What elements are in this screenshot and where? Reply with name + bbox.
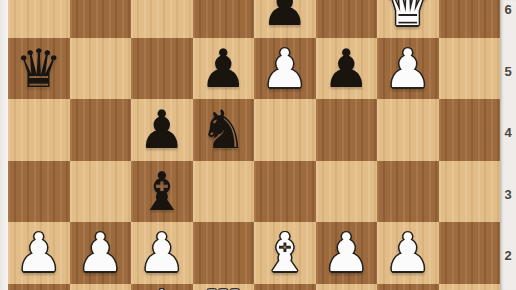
- square-e4[interactable]: [254, 99, 316, 161]
- square-b4[interactable]: [70, 99, 132, 161]
- square-g4[interactable]: [377, 99, 439, 161]
- white-queen-piece[interactable]: ♛: [384, 0, 432, 33]
- square-b3[interactable]: [70, 161, 132, 223]
- black-queen-piece[interactable]: ♛: [15, 42, 63, 95]
- square-b2[interactable]: ♟: [70, 222, 132, 284]
- rank-label-3: 3: [500, 164, 516, 226]
- black-pawn-piece[interactable]: ♟: [138, 103, 186, 156]
- white-pawn-piece[interactable]: ♟: [138, 226, 186, 279]
- chess-board: ♟♛♛♟♟♟♟♟♞♝♟♟♟♝♟♟♚♜: [8, 0, 500, 290]
- square-e2[interactable]: ♝: [254, 222, 316, 284]
- white-pawn-piece[interactable]: ♟: [384, 226, 432, 279]
- rank-label-2: 2: [500, 225, 516, 287]
- square-c5[interactable]: [131, 38, 193, 100]
- square-a1[interactable]: [8, 284, 70, 290]
- square-g3[interactable]: [377, 161, 439, 223]
- square-g5[interactable]: ♟: [377, 38, 439, 100]
- square-d6[interactable]: [193, 0, 255, 38]
- square-a4[interactable]: [8, 99, 70, 161]
- white-pawn-piece[interactable]: ♟: [76, 226, 124, 279]
- square-e1[interactable]: [254, 284, 316, 290]
- square-e5[interactable]: ♟: [254, 38, 316, 100]
- square-g1[interactable]: [377, 284, 439, 290]
- square-c2[interactable]: ♟: [131, 222, 193, 284]
- black-bishop-piece[interactable]: ♝: [138, 165, 186, 218]
- white-king-piece[interactable]: ♚: [138, 283, 186, 290]
- square-d1[interactable]: ♜: [193, 284, 255, 290]
- square-a3[interactable]: [8, 161, 70, 223]
- rank-coordinate-gutter: 65432: [500, 0, 516, 290]
- white-pawn-piece[interactable]: ♟: [384, 42, 432, 95]
- square-b6[interactable]: [70, 0, 132, 38]
- board-left-margin: [0, 0, 8, 290]
- square-h5[interactable]: [439, 38, 501, 100]
- square-a5[interactable]: ♛: [8, 38, 70, 100]
- square-a2[interactable]: ♟: [8, 222, 70, 284]
- square-c6[interactable]: [131, 0, 193, 38]
- square-h6[interactable]: [439, 0, 501, 38]
- white-pawn-piece[interactable]: ♟: [15, 226, 63, 279]
- black-pawn-piece[interactable]: ♟: [322, 42, 370, 95]
- square-c3[interactable]: ♝: [131, 161, 193, 223]
- square-c1[interactable]: ♚: [131, 284, 193, 290]
- square-b5[interactable]: [70, 38, 132, 100]
- square-h3[interactable]: [439, 161, 501, 223]
- rank-label-6: 6: [500, 0, 516, 41]
- square-h1[interactable]: [439, 284, 501, 290]
- black-pawn-piece[interactable]: ♟: [261, 0, 309, 33]
- square-f2[interactable]: ♟: [316, 222, 378, 284]
- square-e3[interactable]: [254, 161, 316, 223]
- white-pawn-piece[interactable]: ♟: [261, 42, 309, 95]
- black-knight-piece[interactable]: ♞: [199, 103, 247, 156]
- square-d2[interactable]: [193, 222, 255, 284]
- square-h2[interactable]: [439, 222, 501, 284]
- chessboard-viewport: ♟♛♛♟♟♟♟♟♞♝♟♟♟♝♟♟♚♜ 65432: [0, 0, 516, 290]
- square-a6[interactable]: [8, 0, 70, 38]
- square-g2[interactable]: ♟: [377, 222, 439, 284]
- square-f6[interactable]: [316, 0, 378, 38]
- square-d5[interactable]: ♟: [193, 38, 255, 100]
- square-e6[interactable]: ♟: [254, 0, 316, 38]
- white-pawn-piece[interactable]: ♟: [322, 226, 370, 279]
- square-f1[interactable]: [316, 284, 378, 290]
- square-b1[interactable]: [70, 284, 132, 290]
- square-f5[interactable]: ♟: [316, 38, 378, 100]
- square-d4[interactable]: ♞: [193, 99, 255, 161]
- black-pawn-piece[interactable]: ♟: [199, 42, 247, 95]
- square-f4[interactable]: [316, 99, 378, 161]
- square-c4[interactable]: ♟: [131, 99, 193, 161]
- white-rook-piece[interactable]: ♜: [199, 283, 247, 290]
- square-d3[interactable]: [193, 161, 255, 223]
- rank-label-4: 4: [500, 102, 516, 164]
- white-bishop-piece[interactable]: ♝: [261, 226, 309, 279]
- square-g6[interactable]: ♛: [377, 0, 439, 38]
- rank-coordinate-labels: 65432: [500, 0, 516, 290]
- square-f3[interactable]: [316, 161, 378, 223]
- square-h4[interactable]: [439, 99, 501, 161]
- rank-label-5: 5: [500, 41, 516, 103]
